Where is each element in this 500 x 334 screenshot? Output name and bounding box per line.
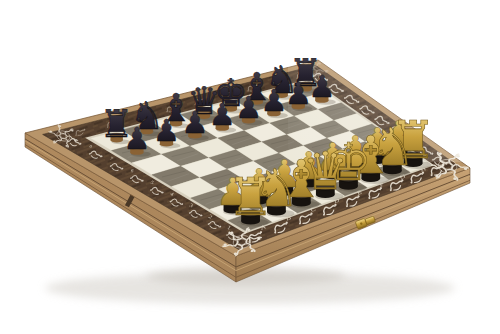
piece-glyph: ♟ <box>209 97 236 132</box>
piece-bP-a7[interactable]: ♟ <box>123 121 151 157</box>
piece-glyph: ♟ <box>308 69 335 104</box>
piece-glyph: ♟ <box>153 113 180 148</box>
piece-bP-g7[interactable]: ♟ <box>285 76 313 112</box>
chess-set-scene: ABCDEFGH12345678♜♞♟♝♟♚♟♛♟♝♟♞♟♜♟♟♟♟♜♟♞♟♝♟… <box>0 0 500 334</box>
piece-glyph: ♟ <box>181 105 208 140</box>
piece-bP-d7[interactable]: ♟ <box>209 97 237 133</box>
photo-stage: ABCDEFGH12345678♜♞♟♝♟♚♟♛♟♝♟♞♟♜♟♟♟♟♜♟♞♟♝♟… <box>0 0 500 334</box>
piece-glyph: ♟ <box>260 83 287 118</box>
piece-bP-c7[interactable]: ♟ <box>181 105 209 141</box>
piece-glyph: ♟ <box>235 90 262 125</box>
piece-bP-e7[interactable]: ♟ <box>235 90 263 126</box>
piece-glyph: ♟ <box>285 76 312 111</box>
piece-wR-a1[interactable]: ♜ <box>227 167 274 227</box>
piece-glyph: ♟ <box>123 121 150 156</box>
piece-bP-f7[interactable]: ♟ <box>260 83 288 119</box>
piece-bP-h7[interactable]: ♟ <box>308 69 336 105</box>
piece-glyph: ♜ <box>227 167 274 227</box>
piece-bP-b7[interactable]: ♟ <box>153 113 181 149</box>
